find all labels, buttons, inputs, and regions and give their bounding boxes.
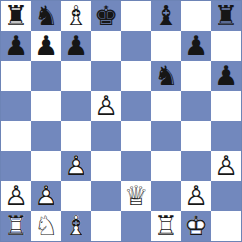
square-h2[interactable] [211, 181, 241, 211]
piece-outline-layer: ♗ [61, 211, 91, 240]
piece-outline-layer: ♙ [31, 181, 61, 210]
piece-outline-layer: ♙ [91, 91, 121, 120]
square-h6[interactable]: ♟ [211, 61, 241, 91]
square-d7[interactable] [91, 31, 121, 61]
square-f2[interactable] [151, 181, 181, 211]
square-e6[interactable] [121, 61, 151, 91]
square-d6[interactable] [91, 61, 121, 91]
square-h3[interactable]: ♟♙ [211, 151, 241, 181]
black-king-piece[interactable]: ♚ [91, 1, 121, 31]
square-e2[interactable]: ♛♕ [121, 181, 151, 211]
piece-outline-layer: ♙ [61, 151, 91, 180]
square-c3[interactable]: ♟♙ [61, 151, 91, 181]
square-h5[interactable] [211, 91, 241, 121]
square-e5[interactable] [121, 91, 151, 121]
white-pawn-piece[interactable]: ♟♙ [91, 91, 121, 121]
square-a5[interactable] [1, 91, 31, 121]
black-pawn-piece[interactable]: ♟ [211, 61, 241, 91]
square-d3[interactable] [91, 151, 121, 181]
black-pawn-piece[interactable]: ♟ [61, 31, 91, 61]
white-bishop-piece[interactable]: ♝♗ [61, 1, 91, 31]
square-g4[interactable] [181, 121, 211, 151]
white-king-piece[interactable]: ♚♔ [181, 211, 211, 241]
piece-fill-layer: ♞ [151, 61, 181, 90]
white-pawn-piece[interactable]: ♟♙ [1, 181, 31, 211]
piece-outline-layer: ♖ [1, 211, 31, 240]
square-e7[interactable] [121, 31, 151, 61]
square-b2[interactable]: ♟♙ [31, 181, 61, 211]
square-h4[interactable] [211, 121, 241, 151]
square-b1[interactable]: ♞♘ [31, 211, 61, 241]
piece-fill-layer: ♜ [211, 1, 241, 30]
piece-fill-layer: ♜ [1, 1, 31, 30]
square-f3[interactable] [151, 151, 181, 181]
piece-fill-layer: ♟ [181, 31, 211, 60]
piece-outline-layer: ♖ [151, 211, 181, 240]
square-d5[interactable]: ♟♙ [91, 91, 121, 121]
black-pawn-piece[interactable]: ♟ [1, 31, 31, 61]
square-f5[interactable] [151, 91, 181, 121]
square-g5[interactable] [181, 91, 211, 121]
black-pawn-piece[interactable]: ♟ [181, 31, 211, 61]
square-b4[interactable] [31, 121, 61, 151]
piece-outline-layer: ♔ [181, 211, 211, 240]
square-c6[interactable] [61, 61, 91, 91]
square-f7[interactable] [151, 31, 181, 61]
white-rook-piece[interactable]: ♜♖ [151, 211, 181, 241]
square-c4[interactable] [61, 121, 91, 151]
square-e8[interactable] [121, 1, 151, 31]
square-a3[interactable] [1, 151, 31, 181]
white-queen-piece[interactable]: ♛♕ [121, 181, 151, 211]
white-bishop-piece[interactable]: ♝♗ [61, 211, 91, 241]
white-pawn-piece[interactable]: ♟♙ [181, 181, 211, 211]
square-d4[interactable] [91, 121, 121, 151]
piece-fill-layer: ♝ [151, 1, 181, 30]
square-e1[interactable] [121, 211, 151, 241]
square-b7[interactable]: ♟ [31, 31, 61, 61]
square-c5[interactable] [61, 91, 91, 121]
white-pawn-piece[interactable]: ♟♙ [31, 181, 61, 211]
piece-outline-layer: ♘ [31, 211, 61, 240]
chess-board: ♜♞♝♗♚♝♜♟♟♟♟♞♟♟♙♟♙♟♙♟♙♟♙♛♕♟♙♜♖♞♘♝♗♜♖♚♔ [0, 0, 242, 242]
square-h1[interactable] [211, 211, 241, 241]
black-rook-piece[interactable]: ♜ [211, 1, 241, 31]
square-e4[interactable] [121, 121, 151, 151]
square-c7[interactable]: ♟ [61, 31, 91, 61]
square-d2[interactable] [91, 181, 121, 211]
square-a7[interactable]: ♟ [1, 31, 31, 61]
square-a8[interactable]: ♜ [1, 1, 31, 31]
square-a6[interactable] [1, 61, 31, 91]
square-e3[interactable] [121, 151, 151, 181]
square-h7[interactable] [211, 31, 241, 61]
white-pawn-piece[interactable]: ♟♙ [61, 151, 91, 181]
piece-fill-layer: ♟ [1, 31, 31, 60]
square-b5[interactable] [31, 91, 61, 121]
square-f1[interactable]: ♜♖ [151, 211, 181, 241]
square-f4[interactable] [151, 121, 181, 151]
square-a4[interactable] [1, 121, 31, 151]
piece-outline-layer: ♙ [181, 181, 211, 210]
square-g2[interactable]: ♟♙ [181, 181, 211, 211]
piece-fill-layer: ♟ [31, 31, 61, 60]
square-d8[interactable]: ♚ [91, 1, 121, 31]
piece-fill-layer: ♞ [31, 1, 61, 30]
square-a2[interactable]: ♟♙ [1, 181, 31, 211]
piece-fill-layer: ♚ [91, 1, 121, 30]
piece-fill-layer: ♟ [61, 31, 91, 60]
white-pawn-piece[interactable]: ♟♙ [211, 151, 241, 181]
black-knight-piece[interactable]: ♞ [31, 1, 61, 31]
square-f8[interactable]: ♝ [151, 1, 181, 31]
black-pawn-piece[interactable]: ♟ [31, 31, 61, 61]
piece-fill-layer: ♟ [211, 61, 241, 90]
square-c2[interactable] [61, 181, 91, 211]
square-b6[interactable] [31, 61, 61, 91]
piece-outline-layer: ♗ [61, 1, 91, 30]
black-knight-piece[interactable]: ♞ [151, 61, 181, 91]
square-h8[interactable]: ♜ [211, 1, 241, 31]
piece-outline-layer: ♕ [121, 181, 151, 210]
piece-outline-layer: ♙ [211, 151, 241, 180]
square-a1[interactable]: ♜♖ [1, 211, 31, 241]
square-g7[interactable]: ♟ [181, 31, 211, 61]
square-g8[interactable] [181, 1, 211, 31]
square-b3[interactable] [31, 151, 61, 181]
square-f6[interactable]: ♞ [151, 61, 181, 91]
square-c1[interactable]: ♝♗ [61, 211, 91, 241]
white-rook-piece[interactable]: ♜♖ [1, 211, 31, 241]
white-knight-piece[interactable]: ♞♘ [31, 211, 61, 241]
piece-outline-layer: ♙ [1, 181, 31, 210]
square-g1[interactable]: ♚♔ [181, 211, 211, 241]
square-c8[interactable]: ♝♗ [61, 1, 91, 31]
square-g6[interactable] [181, 61, 211, 91]
square-b8[interactable]: ♞ [31, 1, 61, 31]
black-bishop-piece[interactable]: ♝ [151, 1, 181, 31]
square-d1[interactable] [91, 211, 121, 241]
square-g3[interactable] [181, 151, 211, 181]
black-rook-piece[interactable]: ♜ [1, 1, 31, 31]
